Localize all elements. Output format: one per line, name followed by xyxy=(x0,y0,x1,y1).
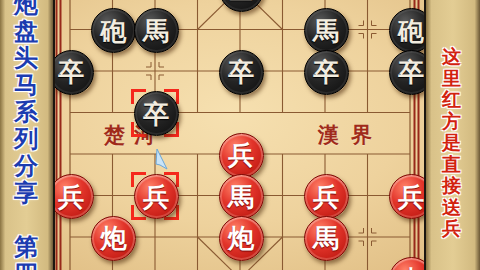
piece-red-e3[interactable]: 炮 xyxy=(219,216,264,261)
xiangqi-board[interactable]: 楚河 漢界 士砲馬馬砲卒卒卒卒卒兵兵兵馬兵兵炮炮馬車 xyxy=(0,0,480,270)
caption-char: 兵 xyxy=(442,216,461,242)
piece-red-g3[interactable]: 馬 xyxy=(304,216,349,261)
video-frame: 楚河 漢界 士砲馬馬砲卒卒卒卒卒兵兵兵馬兵兵炮炮馬車 炮盘头马系列分享第四 这里… xyxy=(0,0,480,270)
piece-red-g4[interactable]: 兵 xyxy=(304,174,349,219)
piece-black-c8[interactable]: 馬 xyxy=(134,8,179,53)
caption-char: 享 xyxy=(14,177,38,209)
caption-char: 四 xyxy=(14,258,38,270)
piece-red-e5[interactable]: 兵 xyxy=(219,133,264,178)
left-caption-panel: 炮盘头马系列分享第四 xyxy=(0,0,55,270)
piece-red-b3[interactable]: 炮 xyxy=(91,216,136,261)
piece-red-a4[interactable]: 兵 xyxy=(49,174,94,219)
piece-red-c4[interactable]: 兵 xyxy=(134,174,179,219)
piece-black-e7[interactable]: 卒 xyxy=(219,50,264,95)
piece-black-a7[interactable]: 卒 xyxy=(49,50,94,95)
right-caption-panel: 这里红方是直接送兵 xyxy=(424,0,480,270)
piece-red-e4[interactable]: 馬 xyxy=(219,174,264,219)
piece-black-g7[interactable]: 卒 xyxy=(304,50,349,95)
piece-black-b8[interactable]: 砲 xyxy=(91,8,136,53)
piece-black-c6[interactable]: 卒 xyxy=(134,91,179,136)
river-label-han-jie: 漢界 xyxy=(318,121,384,149)
piece-black-g8[interactable]: 馬 xyxy=(304,8,349,53)
